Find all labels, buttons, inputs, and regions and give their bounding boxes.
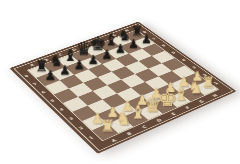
piece-white-bishop[interactable]: ♝ [130,103,146,121]
chess-board: ♜♞♝♛♚♝♞♜♟♟♟♟♟♟♟♟♟♟♟♟♟♟♟♟♜♞♝♛♚♝♞♜ AABBCCD… [9,22,236,154]
board-grid: ♜♞♝♛♚♝♞♜♟♟♟♟♟♟♟♟♟♟♟♟♟♟♟♟♜♞♝♛♚♝♞♜ [26,30,218,141]
piece-white-queen[interactable]: ♛ [144,95,162,115]
piece-black-pawn[interactable]: ♟ [87,53,98,66]
piece-white-knight[interactable]: ♞ [115,111,131,128]
piece-black-pawn[interactable]: ♟ [128,38,139,50]
piece-black-pawn[interactable]: ♟ [141,33,152,45]
piece-black-pawn[interactable]: ♟ [115,43,126,55]
piece-white-knight[interactable]: ♞ [188,80,203,97]
piece-white-rook[interactable]: ♜ [201,75,215,90]
piece-black-pawn[interactable]: ♟ [101,48,112,61]
piece-black-pawn[interactable]: ♟ [44,69,56,82]
photo-background: ♜♞♝♛♚♝♞♜♟♟♟♟♟♟♟♟♟♟♟♟♟♟♟♟♜♞♝♛♚♝♞♜ AABBCCD… [0,0,240,164]
piece-black-pawn[interactable]: ♟ [73,58,84,71]
piece-black-pawn[interactable]: ♟ [59,63,71,76]
square-g4[interactable] [148,63,171,76]
piece-white-rook[interactable]: ♜ [100,118,115,135]
square-h4[interactable] [161,58,184,71]
